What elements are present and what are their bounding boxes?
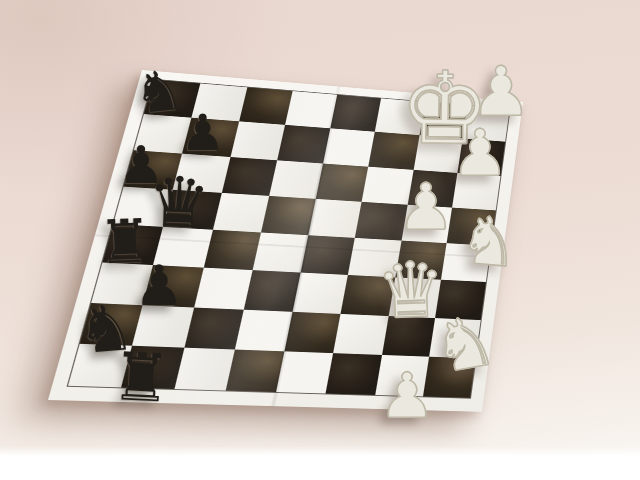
pieces-layer: ♞♟♟♛♜♟♞♜♟♚♟♟♞♛♞♟ — [0, 0, 640, 480]
piece-black-pawn: ♟ — [134, 258, 184, 314]
photo-background: ♞♟♟♛♜♟♞♜♟♚♟♟♞♛♞♟ — [0, 0, 640, 480]
piece-white-pawn: ♟ — [397, 175, 454, 239]
piece-black-queen: ♛ — [146, 167, 211, 239]
piece-white-knight: ♞ — [427, 304, 501, 384]
piece-white-knight: ♞ — [457, 207, 522, 278]
piece-black-rook: ♜ — [110, 344, 173, 413]
piece-black-knight: ♞ — [131, 61, 187, 122]
piece-white-pawn: ♟ — [379, 365, 435, 427]
piece-black-pawn: ♟ — [181, 108, 226, 158]
piece-white-pawn: ♟ — [451, 121, 508, 185]
